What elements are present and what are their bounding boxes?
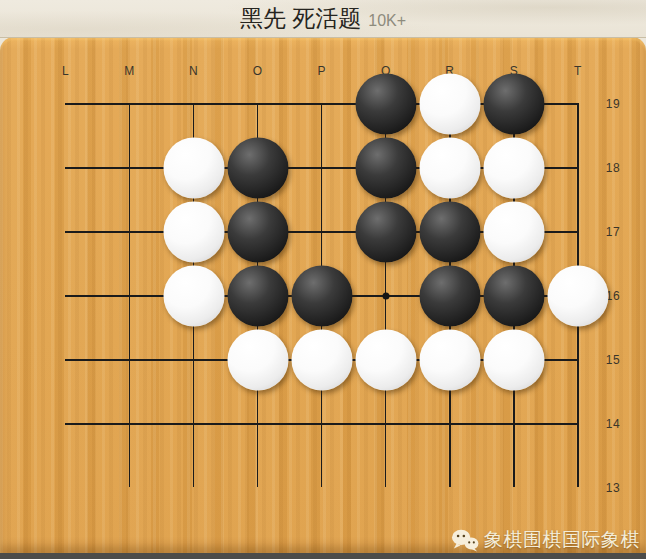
bottom-bar (0, 553, 646, 559)
rank-badge: 10K+ (368, 12, 406, 30)
row-label: 13 (606, 481, 620, 495)
grid-line-v (129, 103, 130, 487)
column-label: L (62, 64, 69, 78)
row-label: 17 (606, 225, 620, 239)
row-label: 19 (606, 97, 620, 111)
board-header: 黑先 死活题 10K+ (0, 0, 646, 38)
black-stone[interactable] (227, 266, 288, 327)
black-stone[interactable] (483, 266, 544, 327)
column-label: P (317, 64, 326, 78)
row-label: 15 (606, 353, 620, 367)
row-label: 18 (606, 161, 620, 175)
black-stone[interactable] (291, 266, 352, 327)
black-stone[interactable] (355, 74, 416, 135)
white-stone[interactable] (483, 330, 544, 391)
white-stone[interactable] (163, 202, 224, 263)
white-stone[interactable] (483, 138, 544, 199)
black-stone[interactable] (483, 74, 544, 135)
white-stone[interactable] (227, 330, 288, 391)
white-stone[interactable] (483, 202, 544, 263)
white-stone[interactable] (419, 138, 480, 199)
star-point (382, 293, 389, 300)
column-label: M (124, 64, 135, 78)
page-title: 黑先 死活题 (240, 0, 361, 37)
black-stone[interactable] (355, 202, 416, 263)
column-label: N (189, 64, 198, 78)
black-stone[interactable] (419, 202, 480, 263)
black-stone[interactable] (227, 202, 288, 263)
black-stone[interactable] (355, 138, 416, 199)
white-stone[interactable] (163, 138, 224, 199)
go-board[interactable]: LMNOPQRST19181716151413 (0, 37, 646, 553)
white-stone[interactable] (355, 330, 416, 391)
white-stone[interactable] (547, 266, 608, 327)
row-label: 14 (606, 417, 620, 431)
black-stone[interactable] (419, 266, 480, 327)
white-stone[interactable] (419, 74, 480, 135)
white-stone[interactable] (419, 330, 480, 391)
column-label: T (574, 64, 582, 78)
white-stone[interactable] (291, 330, 352, 391)
white-stone[interactable] (163, 266, 224, 327)
black-stone[interactable] (227, 138, 288, 199)
column-label: O (253, 64, 263, 78)
